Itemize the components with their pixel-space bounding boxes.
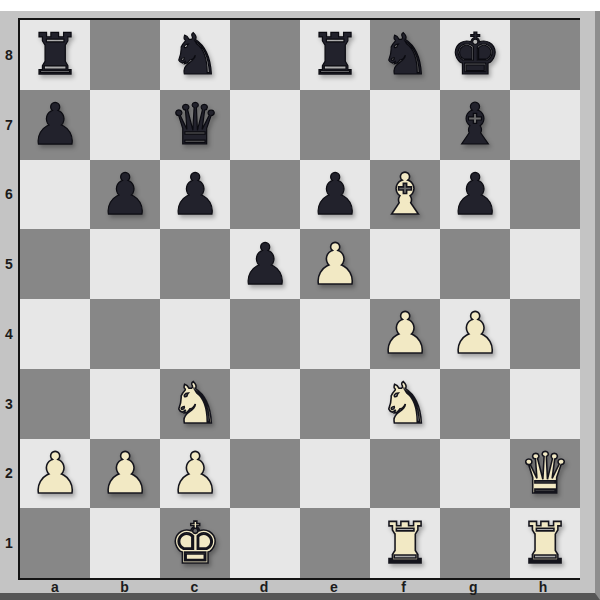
rank-label-1: 1 [0, 508, 18, 578]
black-pawn-c6[interactable]: ♟ [169, 166, 220, 223]
white-queen-h2[interactable]: ♛ [519, 445, 570, 502]
file-label-b: b [90, 580, 160, 594]
file-label-f: f [369, 580, 439, 594]
square-b5[interactable] [90, 229, 160, 299]
white-rook-h1[interactable]: ♜ [519, 515, 570, 572]
chess-board: ♜♞♜♞♚♟♛♝♟♟♟♝♟♟♟♟♟♞♞♟♟♟♛♚♜♜ [18, 18, 580, 580]
square-f6[interactable]: ♝ [370, 160, 440, 230]
square-f7[interactable] [370, 90, 440, 160]
square-c3[interactable]: ♞ [160, 369, 230, 439]
square-f2[interactable] [370, 439, 440, 509]
square-c1[interactable]: ♚ [160, 508, 230, 578]
square-e1[interactable] [300, 508, 370, 578]
file-label-g: g [439, 580, 509, 594]
black-knight-f8[interactable]: ♞ [379, 26, 430, 83]
white-king-c1[interactable]: ♚ [169, 515, 220, 572]
square-c6[interactable]: ♟ [160, 160, 230, 230]
square-d1[interactable] [230, 508, 300, 578]
black-pawn-b6[interactable]: ♟ [99, 166, 150, 223]
black-rook-a8[interactable]: ♜ [29, 26, 80, 83]
square-b7[interactable] [90, 90, 160, 160]
square-c5[interactable] [160, 229, 230, 299]
square-d3[interactable] [230, 369, 300, 439]
file-label-c: c [160, 580, 230, 594]
square-d5[interactable]: ♟ [230, 229, 300, 299]
square-h2[interactable]: ♛ [510, 439, 580, 509]
file-label-d: d [229, 580, 299, 594]
square-d4[interactable] [230, 299, 300, 369]
black-pawn-g6[interactable]: ♟ [449, 166, 500, 223]
square-f5[interactable] [370, 229, 440, 299]
square-d7[interactable] [230, 90, 300, 160]
white-pawn-g4[interactable]: ♟ [449, 305, 500, 362]
rank-label-3: 3 [0, 369, 18, 439]
square-h4[interactable] [510, 299, 580, 369]
square-g7[interactable]: ♝ [440, 90, 510, 160]
white-pawn-b2[interactable]: ♟ [99, 445, 150, 502]
black-rook-e8[interactable]: ♜ [309, 26, 360, 83]
white-pawn-e5[interactable]: ♟ [309, 236, 360, 293]
chess-diagram: ♜♞♜♞♚♟♛♝♟♟♟♝♟♟♟♟♟♞♞♟♟♟♛♚♜♜ 87654321abcde… [0, 0, 600, 600]
square-h8[interactable] [510, 20, 580, 90]
square-a1[interactable] [20, 508, 90, 578]
square-e8[interactable]: ♜ [300, 20, 370, 90]
white-rook-f1[interactable]: ♜ [379, 515, 430, 572]
square-h3[interactable] [510, 369, 580, 439]
square-e7[interactable] [300, 90, 370, 160]
square-e4[interactable] [300, 299, 370, 369]
black-pawn-a7[interactable]: ♟ [29, 96, 80, 153]
black-knight-c8[interactable]: ♞ [169, 26, 220, 83]
square-e6[interactable]: ♟ [300, 160, 370, 230]
rank-label-7: 7 [0, 90, 18, 160]
square-d8[interactable] [230, 20, 300, 90]
black-king-g8[interactable]: ♚ [449, 26, 500, 83]
square-c4[interactable] [160, 299, 230, 369]
square-g5[interactable] [440, 229, 510, 299]
square-c7[interactable]: ♛ [160, 90, 230, 160]
white-knight-c3[interactable]: ♞ [169, 375, 220, 432]
square-b6[interactable]: ♟ [90, 160, 160, 230]
square-h5[interactable] [510, 229, 580, 299]
rank-label-6: 6 [0, 160, 18, 230]
square-a4[interactable] [20, 299, 90, 369]
square-b4[interactable] [90, 299, 160, 369]
square-g1[interactable] [440, 508, 510, 578]
square-e2[interactable] [300, 439, 370, 509]
square-f8[interactable]: ♞ [370, 20, 440, 90]
white-pawn-a2[interactable]: ♟ [29, 445, 80, 502]
square-a7[interactable]: ♟ [20, 90, 90, 160]
square-f1[interactable]: ♜ [370, 508, 440, 578]
black-pawn-e6[interactable]: ♟ [309, 166, 360, 223]
square-b8[interactable] [90, 20, 160, 90]
square-c2[interactable]: ♟ [160, 439, 230, 509]
square-a3[interactable] [20, 369, 90, 439]
file-label-a: a [20, 580, 90, 594]
black-bishop-g7[interactable]: ♝ [449, 96, 500, 153]
square-d6[interactable] [230, 160, 300, 230]
square-h7[interactable] [510, 90, 580, 160]
square-f4[interactable]: ♟ [370, 299, 440, 369]
square-h6[interactable] [510, 160, 580, 230]
black-pawn-d5[interactable]: ♟ [239, 236, 290, 293]
white-pawn-f4[interactable]: ♟ [379, 305, 430, 362]
square-a5[interactable] [20, 229, 90, 299]
square-g4[interactable]: ♟ [440, 299, 510, 369]
square-b3[interactable] [90, 369, 160, 439]
white-knight-f3[interactable]: ♞ [379, 375, 430, 432]
square-d2[interactable] [230, 439, 300, 509]
square-a2[interactable]: ♟ [20, 439, 90, 509]
square-a6[interactable] [20, 160, 90, 230]
white-bishop-f6[interactable]: ♝ [379, 166, 430, 223]
square-e5[interactable]: ♟ [300, 229, 370, 299]
square-g8[interactable]: ♚ [440, 20, 510, 90]
square-h1[interactable]: ♜ [510, 508, 580, 578]
file-label-h: h [508, 580, 578, 594]
square-f3[interactable]: ♞ [370, 369, 440, 439]
rank-label-2: 2 [0, 439, 18, 509]
rank-label-8: 8 [0, 20, 18, 90]
square-a8[interactable]: ♜ [20, 20, 90, 90]
rank-label-5: 5 [0, 229, 18, 299]
rank-label-4: 4 [0, 299, 18, 369]
square-c8[interactable]: ♞ [160, 20, 230, 90]
square-e3[interactable] [300, 369, 370, 439]
black-queen-c7[interactable]: ♛ [169, 96, 220, 153]
square-b2[interactable]: ♟ [90, 439, 160, 509]
square-b1[interactable] [90, 508, 160, 578]
square-g6[interactable]: ♟ [440, 160, 510, 230]
square-g2[interactable] [440, 439, 510, 509]
square-g3[interactable] [440, 369, 510, 439]
white-pawn-c2[interactable]: ♟ [169, 445, 220, 502]
file-label-e: e [299, 580, 369, 594]
